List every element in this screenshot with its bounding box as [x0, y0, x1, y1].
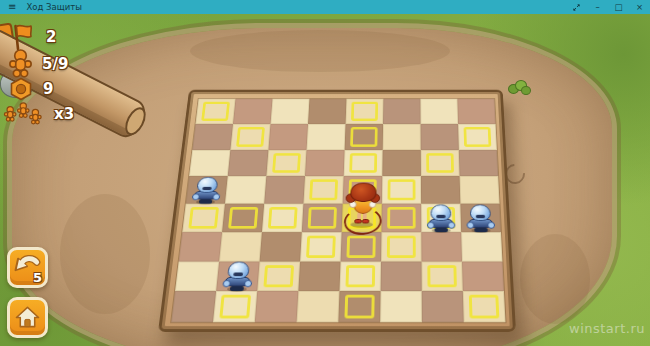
- board-cell[interactable]: [297, 291, 340, 322]
- robot-feet: [435, 228, 448, 232]
- enemy-robot-piece[interactable]: [224, 262, 252, 291]
- board-cell[interactable]: [303, 176, 343, 203]
- robot-feet: [474, 228, 487, 232]
- board-cell[interactable]: [421, 150, 460, 177]
- enemy-robot-piece[interactable]: [429, 204, 454, 232]
- board-cell[interactable]: [268, 124, 308, 150]
- board-cell[interactable]: [338, 291, 380, 322]
- undo-button[interactable]: 5: [7, 247, 48, 288]
- board-cell[interactable]: [459, 150, 498, 177]
- nut-icon: [8, 76, 34, 102]
- board-cell[interactable]: [262, 204, 303, 232]
- board-cell[interactable]: [228, 150, 269, 177]
- board-cell[interactable]: [264, 176, 305, 203]
- robot-pod: [427, 221, 435, 228]
- girl-shoe: [362, 219, 370, 223]
- board-cell[interactable]: [342, 204, 382, 232]
- board-cell[interactable]: [260, 232, 302, 261]
- board-cell[interactable]: [421, 124, 459, 150]
- robot-dome: [470, 204, 491, 220]
- dirt-blotch: [60, 194, 150, 314]
- enemy-robot-piece[interactable]: [468, 204, 494, 232]
- nut-count: 9: [43, 80, 53, 98]
- game-board: [158, 90, 516, 332]
- girl-hair: [350, 182, 376, 201]
- board-cell[interactable]: [175, 261, 219, 291]
- player-girl-piece[interactable]: [341, 182, 382, 235]
- board-cell[interactable]: [341, 232, 382, 261]
- board-cell[interactable]: [421, 176, 460, 203]
- board-cell[interactable]: [421, 232, 462, 261]
- board-cell[interactable]: [271, 99, 310, 124]
- board-cell[interactable]: [457, 99, 495, 124]
- maximize-button[interactable]: □: [608, 0, 629, 14]
- board-cell[interactable]: [195, 99, 235, 124]
- board-cell[interactable]: [461, 232, 502, 261]
- girl-shoe: [354, 219, 362, 223]
- robot-pod: [448, 221, 456, 228]
- robot-visor: [436, 215, 445, 218]
- robot-visor: [476, 215, 486, 218]
- board-cell[interactable]: [257, 261, 300, 291]
- dirt-blotch: [190, 30, 450, 72]
- board-cell[interactable]: [307, 124, 346, 150]
- board-cell[interactable]: [230, 124, 270, 150]
- enemy-wave-count: x3: [54, 105, 74, 123]
- board-cell[interactable]: [300, 232, 342, 261]
- robot-dome: [227, 262, 250, 279]
- unit-count: 5/9: [42, 55, 68, 73]
- board-cell[interactable]: [460, 204, 501, 232]
- board-cell[interactable]: [216, 261, 260, 291]
- board-cell[interactable]: [421, 204, 461, 232]
- board-cell[interactable]: [213, 291, 257, 322]
- board-cell[interactable]: [302, 204, 343, 232]
- gingerbread-icon: [8, 48, 33, 79]
- robot-feet: [230, 287, 244, 292]
- hamburger-menu-icon[interactable]: ≡: [8, 0, 16, 14]
- robot-visor: [202, 187, 212, 190]
- watermark: winstart.ru: [569, 321, 645, 336]
- board-cell[interactable]: [381, 232, 421, 261]
- board-cell[interactable]: [381, 204, 421, 232]
- board-cell[interactable]: [179, 232, 222, 261]
- hud-stat-units: 5/9: [8, 48, 68, 79]
- board-cell[interactable]: [225, 176, 266, 203]
- enemy-robot-piece[interactable]: [193, 177, 220, 204]
- window-controls: – □ ×: [566, 0, 650, 14]
- board-cell[interactable]: [380, 291, 422, 322]
- board-cell[interactable]: [219, 232, 262, 261]
- board-cell[interactable]: [462, 261, 504, 291]
- board-cell[interactable]: [463, 291, 506, 322]
- board-cell[interactable]: [383, 99, 421, 124]
- close-button[interactable]: ×: [629, 0, 650, 14]
- hud-stat-nuts: 9: [8, 76, 53, 102]
- board-cell[interactable]: [381, 261, 422, 291]
- board-cell[interactable]: [339, 261, 381, 291]
- board-cell[interactable]: [344, 150, 383, 177]
- minimize-button[interactable]: –: [587, 0, 608, 14]
- board-grid: [170, 98, 506, 323]
- robot-feet: [199, 199, 213, 203]
- robot-pod: [467, 221, 475, 228]
- game-scene: 2 5/9 9: [0, 14, 650, 346]
- board-cell[interactable]: [305, 150, 345, 177]
- board-cell[interactable]: [382, 176, 421, 203]
- window-title: Ход Защиты: [26, 2, 81, 12]
- home-button[interactable]: [7, 297, 48, 338]
- robot-visor: [233, 273, 243, 277]
- board-cell[interactable]: [458, 124, 497, 150]
- board-cell[interactable]: [233, 99, 273, 124]
- hud-stat-enemies: x3: [3, 100, 74, 128]
- board-cell[interactable]: [383, 124, 421, 150]
- board-cell[interactable]: [298, 261, 340, 291]
- board-cell[interactable]: [345, 124, 383, 150]
- robot-pod: [487, 221, 495, 228]
- board-cell[interactable]: [420, 99, 458, 124]
- robot-pod: [212, 194, 220, 201]
- board-cell[interactable]: [255, 291, 299, 322]
- board-cell[interactable]: [222, 204, 264, 232]
- board-cell[interactable]: [182, 204, 225, 232]
- board-cell[interactable]: [346, 99, 384, 124]
- board-cell[interactable]: [460, 176, 500, 203]
- board-cell[interactable]: [189, 150, 230, 177]
- dirt-blotch: [520, 234, 590, 324]
- enemy-group-icon: [3, 100, 45, 128]
- titlebar: ≡ Ход Защиты – □ ×: [0, 0, 650, 14]
- expand-arrow-glyph: [572, 3, 581, 12]
- board-cell[interactable]: [186, 176, 228, 203]
- fullscreen-expand-icon[interactable]: [566, 0, 587, 14]
- board-cell[interactable]: [171, 291, 216, 322]
- board-cell[interactable]: [422, 291, 464, 322]
- board-wooden-frame: [158, 90, 516, 332]
- board-cell[interactable]: [308, 99, 346, 124]
- flag-count: 2: [46, 28, 56, 46]
- robot-dome: [430, 204, 451, 220]
- board-cell[interactable]: [192, 124, 233, 150]
- board-cell[interactable]: [266, 150, 306, 177]
- board-cell[interactable]: [382, 150, 421, 177]
- plant-decoration: [508, 80, 530, 95]
- robot-pod: [244, 280, 252, 287]
- undo-remaining-count: 5: [33, 270, 42, 285]
- home-icon: [14, 305, 41, 330]
- board-cell[interactable]: [422, 261, 463, 291]
